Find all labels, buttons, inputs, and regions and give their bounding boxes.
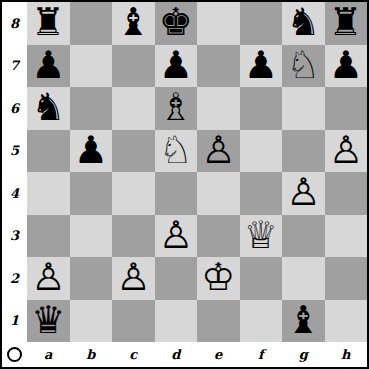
square-c7[interactable] <box>112 45 155 88</box>
square-f4[interactable] <box>240 172 283 215</box>
square-e6[interactable] <box>197 87 240 130</box>
square-a7[interactable]: ♟ <box>27 45 70 88</box>
piece-white-pawn: ♙ <box>31 258 65 296</box>
file-label-e: e <box>197 342 240 367</box>
square-h4[interactable] <box>325 172 368 215</box>
square-c4[interactable] <box>112 172 155 215</box>
file-label-c: c <box>112 342 155 367</box>
square-a8[interactable]: ♜ <box>27 2 70 45</box>
rank-label-4: 4 <box>2 172 27 215</box>
to-move-corner <box>2 342 27 367</box>
rank-label-2: 2 <box>2 257 27 300</box>
square-f5[interactable] <box>240 130 283 173</box>
square-b5[interactable]: ♟ <box>70 130 113 173</box>
piece-black-pawn: ♟ <box>329 46 363 84</box>
rank-label-5: 5 <box>2 130 27 173</box>
square-g7[interactable]: ♘ <box>282 45 325 88</box>
square-e1[interactable] <box>197 300 240 343</box>
file-labels: abcdefgh <box>27 342 367 367</box>
square-h1[interactable] <box>325 300 368 343</box>
square-h3[interactable] <box>325 215 368 258</box>
piece-white-knight: ♘ <box>159 131 193 169</box>
square-h7[interactable]: ♟ <box>325 45 368 88</box>
square-f1[interactable] <box>240 300 283 343</box>
square-d7[interactable]: ♟ <box>155 45 198 88</box>
square-h2[interactable] <box>325 257 368 300</box>
rank-label-3: 3 <box>2 215 27 258</box>
piece-white-knight: ♘ <box>286 46 320 84</box>
piece-black-pawn: ♟ <box>31 46 65 84</box>
square-d1[interactable] <box>155 300 198 343</box>
square-g1[interactable]: ♝ <box>282 300 325 343</box>
square-b3[interactable] <box>70 215 113 258</box>
file-label-b: b <box>70 342 113 367</box>
square-b8[interactable] <box>70 2 113 45</box>
file-label-d: d <box>155 342 198 367</box>
square-f6[interactable] <box>240 87 283 130</box>
file-label-f: f <box>240 342 283 367</box>
square-b6[interactable] <box>70 87 113 130</box>
file-label-a: a <box>27 342 70 367</box>
piece-white-king: ♔ <box>201 258 235 296</box>
square-a4[interactable] <box>27 172 70 215</box>
square-d3[interactable]: ♙ <box>155 215 198 258</box>
square-g8[interactable]: ♞ <box>282 2 325 45</box>
square-h8[interactable]: ♜ <box>325 2 368 45</box>
square-a5[interactable] <box>27 130 70 173</box>
square-g4[interactable]: ♙ <box>282 172 325 215</box>
piece-black-bishop: ♝ <box>286 301 320 339</box>
white-to-move-indicator-icon <box>7 347 22 362</box>
piece-white-pawn: ♙ <box>329 131 363 169</box>
square-g3[interactable] <box>282 215 325 258</box>
piece-black-queen: ♛ <box>31 301 65 339</box>
piece-black-rook: ♜ <box>31 3 65 41</box>
square-h5[interactable]: ♙ <box>325 130 368 173</box>
square-h6[interactable] <box>325 87 368 130</box>
square-c5[interactable] <box>112 130 155 173</box>
square-e8[interactable] <box>197 2 240 45</box>
piece-black-pawn: ♟ <box>74 131 108 169</box>
file-label-g: g <box>282 342 325 367</box>
square-c8[interactable]: ♝ <box>112 2 155 45</box>
piece-black-pawn: ♟ <box>244 46 278 84</box>
square-f7[interactable]: ♟ <box>240 45 283 88</box>
square-a3[interactable] <box>27 215 70 258</box>
rank-label-1: 1 <box>2 300 27 343</box>
square-b1[interactable] <box>70 300 113 343</box>
square-a6[interactable]: ♞ <box>27 87 70 130</box>
piece-black-pawn: ♟ <box>159 46 193 84</box>
rank-label-8: 8 <box>2 2 27 45</box>
piece-black-bishop: ♝ <box>116 3 150 41</box>
piece-black-knight: ♞ <box>286 3 320 41</box>
square-a1[interactable]: ♛ <box>27 300 70 343</box>
piece-white-pawn: ♙ <box>116 258 150 296</box>
square-d6[interactable]: ♗ <box>155 87 198 130</box>
piece-white-bishop: ♗ <box>159 88 193 126</box>
square-e4[interactable] <box>197 172 240 215</box>
piece-white-queen: ♕ <box>244 216 278 254</box>
chess-diagram: 87654321 ♜♝♚♞♜♟♟♟♘♟♞♗♟♘♙♙♙♙♕♙♙♔♛♝ abcdef… <box>0 0 369 369</box>
rank-label-7: 7 <box>2 45 27 88</box>
square-b4[interactable] <box>70 172 113 215</box>
piece-black-king: ♚ <box>159 3 193 41</box>
square-f3[interactable]: ♕ <box>240 215 283 258</box>
square-d8[interactable]: ♚ <box>155 2 198 45</box>
rank-labels: 87654321 <box>2 2 27 342</box>
square-d4[interactable] <box>155 172 198 215</box>
piece-black-knight: ♞ <box>31 88 65 126</box>
square-e2[interactable]: ♔ <box>197 257 240 300</box>
square-c6[interactable] <box>112 87 155 130</box>
rank-label-6: 6 <box>2 87 27 130</box>
square-b2[interactable] <box>70 257 113 300</box>
square-f8[interactable] <box>240 2 283 45</box>
square-b7[interactable] <box>70 45 113 88</box>
file-label-h: h <box>325 342 368 367</box>
square-d2[interactable] <box>155 257 198 300</box>
piece-white-pawn: ♙ <box>201 131 235 169</box>
square-g6[interactable] <box>282 87 325 130</box>
square-d5[interactable]: ♘ <box>155 130 198 173</box>
square-e7[interactable] <box>197 45 240 88</box>
chess-board: ♜♝♚♞♜♟♟♟♘♟♞♗♟♘♙♙♙♙♕♙♙♔♛♝ <box>27 2 367 342</box>
square-a2[interactable]: ♙ <box>27 257 70 300</box>
square-e5[interactable]: ♙ <box>197 130 240 173</box>
square-c2[interactable]: ♙ <box>112 257 155 300</box>
piece-white-pawn: ♙ <box>286 173 320 211</box>
square-c1[interactable] <box>112 300 155 343</box>
piece-black-rook: ♜ <box>329 3 363 41</box>
piece-white-pawn: ♙ <box>159 216 193 254</box>
square-g2[interactable] <box>282 257 325 300</box>
square-e3[interactable] <box>197 215 240 258</box>
square-c3[interactable] <box>112 215 155 258</box>
square-f2[interactable] <box>240 257 283 300</box>
square-g5[interactable] <box>282 130 325 173</box>
